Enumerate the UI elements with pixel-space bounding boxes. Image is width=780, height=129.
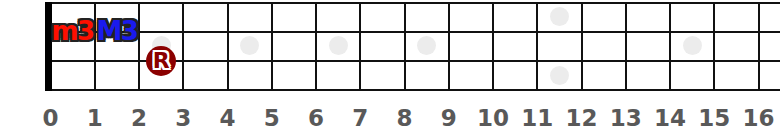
fret-number-16: 16 bbox=[741, 107, 777, 129]
fret-number-6: 6 bbox=[298, 107, 334, 129]
fret-wire-8 bbox=[404, 2, 406, 91]
major-third-marker: M3 bbox=[96, 18, 137, 44]
fret-wire-2 bbox=[138, 2, 140, 91]
fret-wire-14 bbox=[669, 2, 671, 91]
inlay-dot-fret-7 bbox=[329, 36, 348, 55]
fret-number-7: 7 bbox=[342, 107, 378, 129]
fret-wire-4 bbox=[227, 2, 229, 91]
fret-number-8: 8 bbox=[387, 107, 423, 129]
inlay-dot-fret-9 bbox=[417, 36, 436, 55]
fretboard-diagram: Rm3M3 012345678910111213141516 bbox=[0, 0, 780, 129]
fret-wire-5 bbox=[271, 2, 273, 91]
inlay-dot-fret-15 bbox=[683, 36, 702, 55]
fret-number-11: 11 bbox=[519, 107, 555, 129]
fret-wire-7 bbox=[359, 2, 361, 91]
fret-number-9: 9 bbox=[431, 107, 467, 129]
fret-wire-12 bbox=[581, 2, 583, 91]
fret-number-3: 3 bbox=[165, 107, 201, 129]
fret-number-0: 0 bbox=[33, 107, 69, 129]
inlay-dot-fret-5 bbox=[240, 36, 259, 55]
inlay-dot-fret-12 bbox=[550, 66, 569, 85]
fret-wire-13 bbox=[625, 2, 627, 91]
fret-number-2: 2 bbox=[121, 107, 157, 129]
fret-number-1: 1 bbox=[77, 107, 113, 129]
fret-number-14: 14 bbox=[652, 107, 688, 129]
fret-wire-10 bbox=[492, 2, 494, 91]
fret-number-4: 4 bbox=[210, 107, 246, 129]
fret-number-12: 12 bbox=[564, 107, 600, 129]
inlay-dot-fret-12 bbox=[550, 7, 569, 26]
fret-wire-11 bbox=[536, 2, 538, 91]
fret-wire-6 bbox=[315, 2, 317, 91]
fret-wire-15 bbox=[713, 2, 715, 91]
fret-number-13: 13 bbox=[608, 107, 644, 129]
fret-wire-9 bbox=[448, 2, 450, 91]
root-marker: R bbox=[146, 46, 176, 76]
fret-number-15: 15 bbox=[696, 107, 732, 129]
fret-wire-3 bbox=[182, 2, 184, 91]
root-label: R bbox=[153, 50, 170, 72]
fret-number-5: 5 bbox=[254, 107, 290, 129]
fret-number-10: 10 bbox=[475, 107, 511, 129]
fret-wire-16 bbox=[758, 2, 760, 91]
minor-third-marker: m3 bbox=[52, 18, 94, 44]
